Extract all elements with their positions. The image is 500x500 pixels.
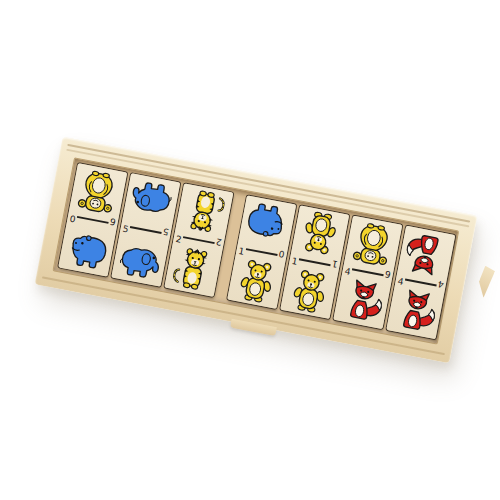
divider-line bbox=[299, 258, 331, 266]
fox-icon bbox=[389, 285, 442, 338]
tile-bottom-half bbox=[280, 263, 338, 319]
tile-bottom-half bbox=[386, 284, 444, 340]
tiger-icon bbox=[178, 185, 231, 238]
tile-top-half bbox=[291, 205, 349, 261]
hippo-icon bbox=[241, 197, 294, 250]
tile-bottom-half bbox=[333, 274, 391, 330]
pip-value-top: 2 bbox=[215, 236, 223, 246]
divider-line bbox=[405, 278, 437, 286]
tile-top-half bbox=[238, 195, 296, 251]
tile-bottom-half bbox=[164, 241, 222, 297]
bear-icon bbox=[283, 265, 336, 318]
elephant-icon bbox=[125, 175, 178, 228]
fox-icon bbox=[336, 275, 389, 328]
pip-value-top: 0 bbox=[278, 248, 286, 258]
product-photo: 06552210114644 bbox=[0, 0, 500, 500]
pip-value-top: 6 bbox=[384, 268, 392, 278]
elephant-icon bbox=[114, 233, 167, 286]
tile-bottom-half bbox=[111, 231, 169, 287]
monkey-icon bbox=[347, 217, 400, 270]
pip-value-top: 1 bbox=[331, 258, 339, 268]
pip-value-top: 6 bbox=[109, 216, 117, 226]
pip-value-top: 5 bbox=[162, 226, 170, 236]
tile-top-half bbox=[69, 163, 127, 219]
wood-chip bbox=[476, 265, 495, 299]
monkey-icon bbox=[72, 165, 125, 218]
bear-icon bbox=[294, 207, 347, 260]
tile-top-half bbox=[344, 216, 402, 272]
bear-icon bbox=[230, 255, 283, 308]
divider-line bbox=[77, 216, 109, 224]
tile-top-half bbox=[175, 183, 233, 239]
divider-line bbox=[352, 268, 384, 276]
tile-top-half bbox=[122, 173, 180, 229]
divider-line bbox=[183, 236, 215, 244]
divider-line bbox=[130, 226, 162, 234]
hippo-icon bbox=[61, 223, 114, 276]
tile-bottom-half bbox=[58, 221, 116, 277]
pip-value-top: 4 bbox=[437, 278, 445, 288]
divider-line bbox=[246, 248, 278, 256]
tile-top-half bbox=[397, 226, 455, 282]
tiger-icon bbox=[167, 243, 220, 296]
fox-icon bbox=[400, 227, 453, 280]
tile-bottom-half bbox=[227, 253, 285, 309]
wooden-domino-box: 06552210114644 bbox=[35, 137, 478, 363]
